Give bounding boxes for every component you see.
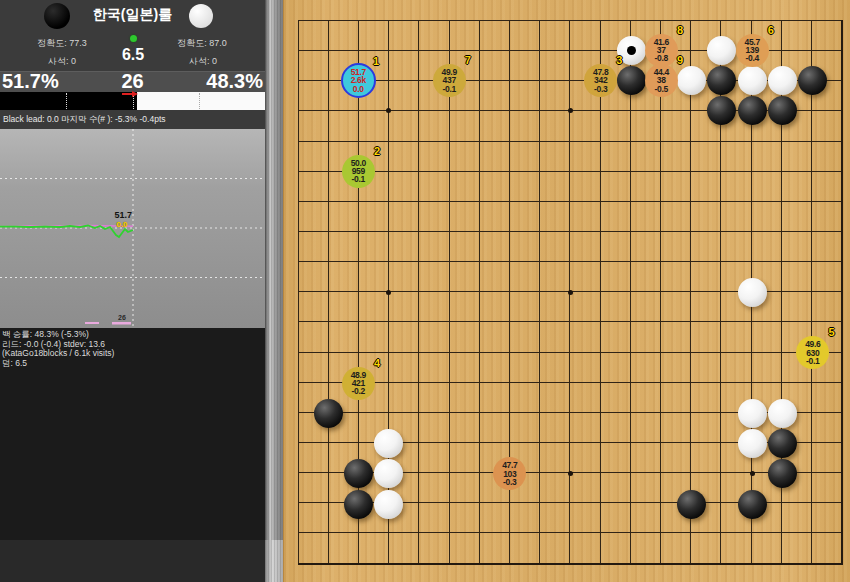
board-cell[interactable] bbox=[358, 20, 388, 50]
board-cell[interactable] bbox=[569, 141, 599, 171]
go-board[interactable]: 51.72.6k0.0150.0959-0.1247.8342-0.3348.9… bbox=[283, 0, 850, 582]
board-cell[interactable] bbox=[388, 201, 418, 231]
board-cell[interactable] bbox=[630, 412, 660, 442]
black-stone[interactable] bbox=[677, 490, 706, 519]
board-cell[interactable] bbox=[630, 352, 660, 382]
board-cell[interactable] bbox=[358, 231, 388, 261]
board-cell[interactable] bbox=[449, 110, 479, 140]
board-cell[interactable] bbox=[509, 110, 539, 140]
board-cell[interactable] bbox=[418, 442, 448, 472]
board-cell[interactable] bbox=[751, 201, 781, 231]
board-cell[interactable] bbox=[600, 110, 630, 140]
board-cell[interactable] bbox=[418, 141, 448, 171]
board-cell[interactable] bbox=[509, 50, 539, 80]
candidate-move-N18[interactable]: 41.637-0.88 bbox=[645, 34, 678, 67]
board-cell[interactable] bbox=[600, 261, 630, 291]
board-cell[interactable] bbox=[660, 261, 690, 291]
board-cell[interactable] bbox=[781, 502, 811, 532]
board-cell[interactable] bbox=[358, 110, 388, 140]
board-cell[interactable] bbox=[449, 352, 479, 382]
katago-analysis-app: 한국(일본)룰 정확도: 77.3 정확도: 87.0 사석: 0 6.5 사석… bbox=[0, 0, 850, 582]
board-cell[interactable] bbox=[600, 231, 630, 261]
board-cell[interactable] bbox=[569, 472, 599, 502]
board-cell[interactable] bbox=[298, 291, 328, 321]
board-cell[interactable] bbox=[720, 321, 750, 351]
board-cell[interactable] bbox=[660, 352, 690, 382]
board-cell[interactable] bbox=[509, 382, 539, 412]
board-cell[interactable] bbox=[418, 291, 448, 321]
board-cell[interactable] bbox=[479, 502, 509, 532]
board-cell[interactable] bbox=[388, 110, 418, 140]
board-cell[interactable] bbox=[509, 261, 539, 291]
board-cell[interactable] bbox=[630, 261, 660, 291]
board-cell[interactable] bbox=[781, 231, 811, 261]
board-cell[interactable] bbox=[630, 502, 660, 532]
board-cell[interactable] bbox=[751, 352, 781, 382]
board-cell[interactable] bbox=[479, 291, 509, 321]
board-cell[interactable] bbox=[690, 352, 720, 382]
board-cell[interactable] bbox=[479, 141, 509, 171]
board-cell[interactable] bbox=[781, 20, 811, 50]
white-captures: 사석: 0 bbox=[158, 55, 248, 68]
board-cell[interactable] bbox=[811, 382, 841, 412]
board-cell[interactable] bbox=[660, 171, 690, 201]
board-cell[interactable] bbox=[298, 532, 328, 562]
board-cell[interactable] bbox=[720, 171, 750, 201]
board-cell[interactable] bbox=[539, 382, 569, 412]
board-cell[interactable] bbox=[328, 261, 358, 291]
board-cell[interactable] bbox=[569, 502, 599, 532]
board-cell[interactable] bbox=[600, 171, 630, 201]
board-cell[interactable] bbox=[388, 80, 418, 110]
board-cell[interactable] bbox=[418, 412, 448, 442]
black-stone[interactable] bbox=[738, 490, 767, 519]
board-cell[interactable] bbox=[781, 261, 811, 291]
board-cell[interactable] bbox=[328, 20, 358, 50]
board-cell[interactable] bbox=[418, 201, 448, 231]
board-cell[interactable] bbox=[539, 472, 569, 502]
board-cell[interactable] bbox=[298, 502, 328, 532]
board-cell[interactable] bbox=[298, 171, 328, 201]
board-cell[interactable] bbox=[630, 321, 660, 351]
board-cell[interactable] bbox=[328, 231, 358, 261]
board-cell[interactable] bbox=[811, 171, 841, 201]
board-cell[interactable] bbox=[418, 532, 448, 562]
board-cell[interactable] bbox=[569, 442, 599, 472]
board-cell[interactable] bbox=[539, 352, 569, 382]
board-cell[interactable] bbox=[449, 201, 479, 231]
board-cell[interactable] bbox=[569, 352, 599, 382]
board-cell[interactable] bbox=[509, 80, 539, 110]
board-cell[interactable] bbox=[328, 321, 358, 351]
white-stone[interactable] bbox=[707, 36, 736, 65]
board-cell[interactable] bbox=[298, 141, 328, 171]
candidate-score: -0.4 bbox=[745, 54, 758, 62]
board-cell[interactable] bbox=[479, 110, 509, 140]
board-cell[interactable] bbox=[811, 261, 841, 291]
black-stone[interactable] bbox=[617, 66, 646, 95]
board-cell[interactable] bbox=[630, 201, 660, 231]
board-cell[interactable] bbox=[630, 110, 660, 140]
candidate-score: -0.1 bbox=[806, 357, 819, 365]
board-cell[interactable] bbox=[418, 110, 448, 140]
board-cell[interactable] bbox=[811, 442, 841, 472]
board-cell[interactable] bbox=[479, 382, 509, 412]
board-cell[interactable] bbox=[418, 382, 448, 412]
board-cell[interactable] bbox=[600, 352, 630, 382]
board-cell[interactable] bbox=[600, 502, 630, 532]
board-cell[interactable] bbox=[388, 352, 418, 382]
candidate-move-C14[interactable]: 50.0959-0.12 bbox=[342, 155, 375, 188]
board-cell[interactable] bbox=[660, 141, 690, 171]
board-cell[interactable] bbox=[418, 502, 448, 532]
black-stone[interactable] bbox=[768, 429, 797, 458]
board-cell[interactable] bbox=[449, 472, 479, 502]
candidate-rank-label: 4 bbox=[374, 358, 380, 369]
board-cell[interactable] bbox=[539, 261, 569, 291]
board-cell[interactable] bbox=[569, 20, 599, 50]
board-cell[interactable] bbox=[660, 201, 690, 231]
board-cell[interactable] bbox=[539, 231, 569, 261]
black-lead-caption: Black lead: 0.0 마지막 수(# ): -5.3% -0.4pts bbox=[0, 110, 265, 129]
candidate-score: -0.1 bbox=[442, 85, 455, 93]
board-cell[interactable] bbox=[388, 291, 418, 321]
white-stone[interactable] bbox=[768, 399, 797, 428]
board-cell[interactable] bbox=[388, 321, 418, 351]
board-cell[interactable] bbox=[811, 231, 841, 261]
board-cell[interactable] bbox=[298, 261, 328, 291]
board-cell[interactable] bbox=[358, 532, 388, 562]
candidate-score: -0.5 bbox=[655, 85, 668, 93]
board-cell[interactable] bbox=[418, 20, 448, 50]
board-cell[interactable] bbox=[569, 110, 599, 140]
black-stone[interactable] bbox=[738, 96, 767, 125]
board-cell[interactable] bbox=[449, 171, 479, 201]
board-cell[interactable] bbox=[660, 532, 690, 562]
board-cell[interactable] bbox=[630, 291, 660, 321]
board-cell[interactable] bbox=[358, 321, 388, 351]
board-cell[interactable] bbox=[630, 382, 660, 412]
board-cell[interactable] bbox=[449, 382, 479, 412]
board-cell[interactable] bbox=[811, 502, 841, 532]
board-cell[interactable] bbox=[509, 171, 539, 201]
board-cell[interactable] bbox=[509, 502, 539, 532]
board-cell[interactable] bbox=[388, 382, 418, 412]
board-cell[interactable] bbox=[600, 412, 630, 442]
board-cell[interactable] bbox=[690, 532, 720, 562]
board-cell[interactable] bbox=[479, 352, 509, 382]
board-cell[interactable] bbox=[449, 291, 479, 321]
white-stone[interactable] bbox=[374, 429, 403, 458]
board-cell[interactable] bbox=[418, 171, 448, 201]
board-cell[interactable] bbox=[630, 472, 660, 502]
board-cell[interactable] bbox=[509, 321, 539, 351]
board-cell[interactable] bbox=[298, 352, 328, 382]
board-cell[interactable] bbox=[539, 291, 569, 321]
board-cell[interactable] bbox=[811, 110, 841, 140]
board-cell[interactable] bbox=[449, 532, 479, 562]
board-cell[interactable] bbox=[539, 50, 569, 80]
board-cell[interactable] bbox=[690, 171, 720, 201]
candidate-move-F17[interactable]: 49.9437-0.17 bbox=[433, 64, 466, 97]
board-cell[interactable] bbox=[781, 201, 811, 231]
board-cell[interactable] bbox=[781, 291, 811, 321]
board-cell[interactable] bbox=[630, 231, 660, 261]
board-cell[interactable] bbox=[539, 80, 569, 110]
board-cell[interactable] bbox=[660, 231, 690, 261]
board-cell[interactable] bbox=[479, 261, 509, 291]
game-info-header: 한국(일본)룰 정확도: 77.3 정확도: 87.0 사석: 0 6.5 사석… bbox=[0, 0, 265, 71]
black-stone[interactable] bbox=[314, 399, 343, 428]
board-cell[interactable] bbox=[600, 291, 630, 321]
board-cell[interactable] bbox=[751, 231, 781, 261]
board-cell[interactable] bbox=[479, 201, 509, 231]
candidate-move-Q18[interactable]: 45.7139-0.46 bbox=[736, 34, 769, 67]
candidate-move-L17[interactable]: 47.8342-0.33 bbox=[584, 64, 617, 97]
graph-score-value: 0.0 bbox=[110, 220, 134, 229]
board-cell[interactable] bbox=[720, 201, 750, 231]
board-cell[interactable] bbox=[479, 532, 509, 562]
board-cell[interactable] bbox=[720, 352, 750, 382]
board-cell[interactable] bbox=[690, 321, 720, 351]
board-cell[interactable] bbox=[479, 412, 509, 442]
board-cell[interactable] bbox=[298, 231, 328, 261]
panel-divider[interactable] bbox=[265, 0, 283, 582]
board-cell[interactable] bbox=[539, 201, 569, 231]
board-cell[interactable] bbox=[569, 201, 599, 231]
board-cell[interactable] bbox=[600, 532, 630, 562]
board-cell[interactable] bbox=[358, 291, 388, 321]
board-cell[interactable] bbox=[660, 442, 690, 472]
board-cell[interactable] bbox=[811, 472, 841, 502]
board-cell[interactable] bbox=[509, 231, 539, 261]
board-cell[interactable] bbox=[509, 532, 539, 562]
board-cell[interactable] bbox=[751, 141, 781, 171]
board-cell[interactable] bbox=[509, 20, 539, 50]
board-cell[interactable] bbox=[569, 321, 599, 351]
graph-move-axis-label: 26 bbox=[110, 314, 134, 321]
board-cell[interactable] bbox=[509, 201, 539, 231]
board-cell[interactable] bbox=[298, 321, 328, 351]
divider-thumb[interactable] bbox=[265, 540, 283, 582]
board-cell[interactable] bbox=[449, 412, 479, 442]
board-cell[interactable] bbox=[569, 171, 599, 201]
board-cell[interactable] bbox=[328, 291, 358, 321]
board-cell[interactable] bbox=[539, 20, 569, 50]
board-cell[interactable] bbox=[388, 141, 418, 171]
board-cell[interactable] bbox=[298, 50, 328, 80]
board-cell[interactable] bbox=[781, 171, 811, 201]
board-cell[interactable] bbox=[449, 261, 479, 291]
white-stone[interactable] bbox=[768, 66, 797, 95]
bar-quarter-marker bbox=[66, 93, 67, 109]
board-cell[interactable] bbox=[509, 141, 539, 171]
board-cell[interactable] bbox=[388, 261, 418, 291]
board-cell[interactable] bbox=[600, 321, 630, 351]
board-cell[interactable] bbox=[358, 261, 388, 291]
board-cell[interactable] bbox=[660, 321, 690, 351]
board-cell[interactable] bbox=[690, 442, 720, 472]
board-cell[interactable] bbox=[418, 352, 448, 382]
board-cell[interactable] bbox=[630, 171, 660, 201]
candidate-rank-label: 6 bbox=[768, 25, 774, 36]
board-cell[interactable] bbox=[298, 201, 328, 231]
board-cell[interactable] bbox=[539, 321, 569, 351]
board-cell[interactable] bbox=[630, 532, 660, 562]
candidate-score: -0.3 bbox=[594, 85, 607, 93]
board-cell[interactable] bbox=[690, 231, 720, 261]
board-cell[interactable] bbox=[600, 141, 630, 171]
white-stone[interactable] bbox=[738, 399, 767, 428]
board-cell[interactable] bbox=[298, 110, 328, 140]
board-cell[interactable] bbox=[449, 141, 479, 171]
candidate-score: 0.0 bbox=[353, 85, 364, 93]
info-engine: (KataGo18blocks / 6.1k visits) bbox=[2, 349, 265, 359]
board-cell[interactable] bbox=[479, 80, 509, 110]
board-cell[interactable] bbox=[690, 141, 720, 171]
board-cell[interactable] bbox=[751, 171, 781, 201]
board-cell[interactable] bbox=[539, 412, 569, 442]
board-cell[interactable] bbox=[569, 382, 599, 412]
board-cell[interactable] bbox=[781, 141, 811, 171]
board-cell[interactable] bbox=[720, 231, 750, 261]
board-cell[interactable] bbox=[418, 321, 448, 351]
board-cell[interactable] bbox=[811, 291, 841, 321]
board-cell[interactable] bbox=[388, 231, 418, 261]
board-cell[interactable] bbox=[388, 20, 418, 50]
board-cell[interactable] bbox=[388, 50, 418, 80]
candidate-rank-label: 8 bbox=[677, 25, 683, 36]
board-cell[interactable] bbox=[751, 532, 781, 562]
board-cell[interactable] bbox=[720, 141, 750, 171]
board-cell[interactable] bbox=[569, 291, 599, 321]
board-cell[interactable] bbox=[690, 261, 720, 291]
candidate-rank-label: 5 bbox=[828, 327, 834, 338]
board-cell[interactable] bbox=[690, 412, 720, 442]
board-cell[interactable] bbox=[298, 472, 328, 502]
board-cell[interactable] bbox=[690, 291, 720, 321]
board-cell[interactable] bbox=[569, 231, 599, 261]
black-stone[interactable] bbox=[344, 490, 373, 519]
candidate-move-C17[interactable]: 51.72.6k0.01 bbox=[341, 63, 376, 98]
board-cell[interactable] bbox=[418, 231, 448, 261]
candidate-move-N17[interactable]: 44.438-0.59 bbox=[645, 64, 678, 97]
board-cell[interactable] bbox=[660, 110, 690, 140]
board-cell[interactable] bbox=[418, 472, 448, 502]
white-player-stone-icon bbox=[189, 4, 213, 28]
board-cell[interactable] bbox=[539, 171, 569, 201]
board-cell[interactable] bbox=[600, 201, 630, 231]
turn-indicator-icon bbox=[130, 35, 137, 42]
board-cell[interactable] bbox=[690, 382, 720, 412]
board-cell[interactable] bbox=[569, 412, 599, 442]
star-point bbox=[750, 471, 755, 476]
board-cell[interactable] bbox=[569, 532, 599, 562]
board-cell[interactable] bbox=[509, 291, 539, 321]
star-point bbox=[386, 290, 391, 295]
board-cell[interactable] bbox=[811, 141, 841, 171]
board-cell[interactable] bbox=[630, 141, 660, 171]
candidate-rank-label: 2 bbox=[374, 146, 380, 157]
board-cell[interactable] bbox=[811, 532, 841, 562]
white-stone[interactable] bbox=[738, 278, 767, 307]
black-stone[interactable] bbox=[344, 459, 373, 488]
board-cell[interactable] bbox=[660, 291, 690, 321]
candidate-score: -0.1 bbox=[352, 175, 365, 183]
board-cell[interactable] bbox=[600, 472, 630, 502]
engine-info-panel: 백 승률: 48.3% (-5.3%) 리드: -0.0 (-0.4) stde… bbox=[0, 328, 265, 540]
board-cell[interactable] bbox=[751, 321, 781, 351]
board-cell[interactable] bbox=[449, 20, 479, 50]
board-cell[interactable] bbox=[509, 412, 539, 442]
board-cell[interactable] bbox=[298, 20, 328, 50]
board-cell[interactable] bbox=[811, 412, 841, 442]
winrate-graph[interactable]: 51.7 0.0 26 bbox=[0, 129, 265, 328]
board-cell[interactable] bbox=[600, 442, 630, 472]
board-cell[interactable] bbox=[388, 532, 418, 562]
board-cell[interactable] bbox=[720, 532, 750, 562]
board-cell[interactable] bbox=[660, 382, 690, 412]
board-cell[interactable] bbox=[328, 532, 358, 562]
current-move-arrow-icon bbox=[122, 92, 138, 96]
board-cell[interactable] bbox=[449, 442, 479, 472]
candidate-score: -0.3 bbox=[503, 478, 516, 486]
board-cell[interactable] bbox=[539, 442, 569, 472]
board-cell[interactable] bbox=[600, 382, 630, 412]
board-cell[interactable] bbox=[388, 171, 418, 201]
board-cell[interactable] bbox=[811, 201, 841, 231]
candidate-rank-label: 7 bbox=[465, 55, 471, 66]
board-cell[interactable] bbox=[328, 201, 358, 231]
board-cell[interactable] bbox=[630, 442, 660, 472]
board-cell[interactable] bbox=[660, 412, 690, 442]
board-cell[interactable] bbox=[539, 532, 569, 562]
board-cell[interactable] bbox=[358, 201, 388, 231]
board-cell[interactable] bbox=[328, 110, 358, 140]
board-cell[interactable] bbox=[298, 80, 328, 110]
board-cell[interactable] bbox=[449, 231, 479, 261]
board-cell[interactable] bbox=[509, 352, 539, 382]
board-cell[interactable] bbox=[418, 261, 448, 291]
board-cell[interactable] bbox=[539, 502, 569, 532]
board-cell[interactable] bbox=[811, 20, 841, 50]
board-cell[interactable] bbox=[449, 321, 479, 351]
board-cell[interactable] bbox=[781, 532, 811, 562]
candidate-rank-label: 1 bbox=[373, 56, 379, 67]
board-cell[interactable] bbox=[479, 321, 509, 351]
board-cell[interactable] bbox=[690, 201, 720, 231]
winrate-numbers-row: 51.7% 26 48.3% bbox=[0, 71, 265, 91]
white-stone[interactable] bbox=[738, 66, 767, 95]
white-stone[interactable] bbox=[374, 490, 403, 519]
board-cell[interactable] bbox=[479, 171, 509, 201]
panel-footer bbox=[0, 540, 265, 582]
board-cell[interactable] bbox=[479, 50, 509, 80]
board-cell[interactable] bbox=[539, 110, 569, 140]
board-cell[interactable] bbox=[539, 141, 569, 171]
winrate-bar[interactable] bbox=[0, 92, 265, 110]
board-cell[interactable] bbox=[449, 502, 479, 532]
white-stone[interactable] bbox=[738, 429, 767, 458]
rules-label: 한국(일본)룰 bbox=[0, 6, 265, 24]
white-stone[interactable] bbox=[677, 66, 706, 95]
candidate-move-C7[interactable]: 48.9421-0.24 bbox=[342, 367, 375, 400]
info-komi: 덤: 6.5 bbox=[2, 359, 265, 369]
board-cell[interactable] bbox=[479, 231, 509, 261]
board-cell[interactable] bbox=[479, 20, 509, 50]
board-cell[interactable] bbox=[298, 442, 328, 472]
board-cell[interactable] bbox=[569, 261, 599, 291]
